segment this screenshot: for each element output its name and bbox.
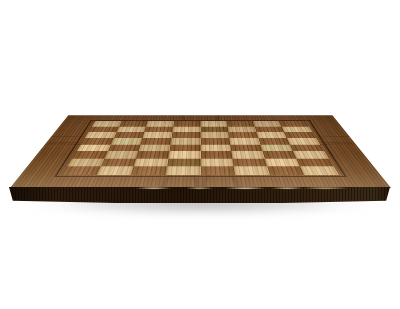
board-scene xyxy=(0,0,400,188)
square-c4[interactable] xyxy=(138,144,170,151)
square-f4[interactable] xyxy=(230,144,262,151)
square-b1[interactable] xyxy=(96,166,133,174)
board-front-edge xyxy=(9,187,390,203)
square-f3[interactable] xyxy=(231,151,264,158)
square-d4[interactable] xyxy=(169,144,200,151)
render-stage xyxy=(0,0,400,309)
square-f2[interactable] xyxy=(232,159,267,167)
square-c1[interactable] xyxy=(131,166,167,174)
playing-area xyxy=(62,121,339,175)
square-d1[interactable] xyxy=(165,166,200,174)
square-e1[interactable] xyxy=(200,166,235,174)
square-h2[interactable] xyxy=(296,159,333,167)
square-e2[interactable] xyxy=(200,159,233,167)
square-a4[interactable] xyxy=(76,144,110,151)
square-b2[interactable] xyxy=(100,159,136,167)
square-c3[interactable] xyxy=(136,151,169,158)
square-b4[interactable] xyxy=(107,144,140,151)
chessboard xyxy=(10,115,391,188)
square-g1[interactable] xyxy=(267,166,304,174)
square-g2[interactable] xyxy=(264,159,300,167)
square-e3[interactable] xyxy=(200,151,232,158)
square-h1[interactable] xyxy=(300,166,339,174)
square-h4[interactable] xyxy=(290,144,324,151)
square-h3[interactable] xyxy=(293,151,328,158)
square-b3[interactable] xyxy=(104,151,138,158)
square-a2[interactable] xyxy=(67,159,104,167)
square-g3[interactable] xyxy=(262,151,296,158)
square-d2[interactable] xyxy=(167,159,200,167)
square-d3[interactable] xyxy=(168,151,200,158)
edge-specular-glints xyxy=(9,187,390,190)
square-a1[interactable] xyxy=(62,166,101,174)
squares-grid xyxy=(62,121,339,175)
square-e4[interactable] xyxy=(200,144,231,151)
square-a3[interactable] xyxy=(72,151,107,158)
square-c2[interactable] xyxy=(133,159,168,167)
square-g4[interactable] xyxy=(260,144,293,151)
square-f1[interactable] xyxy=(233,166,269,174)
